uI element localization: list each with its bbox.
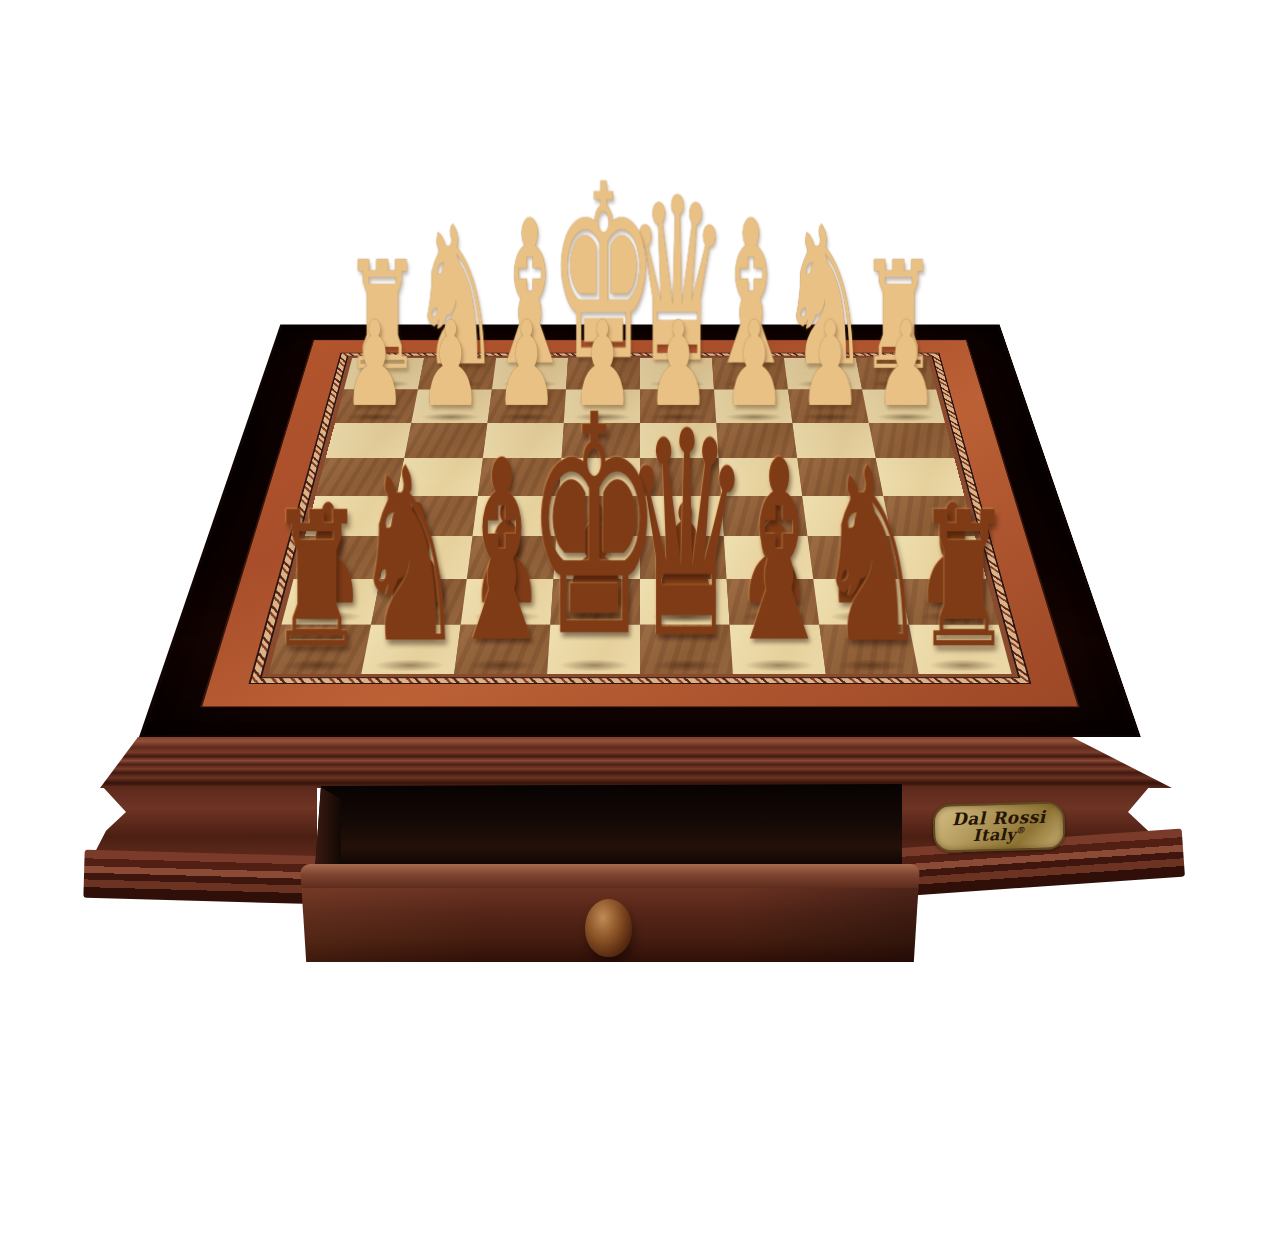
chess-board[interactable]: ♜♞♝♚♛♝♞♜♟♟♟♟♟♟♟♟♟♟♟♟♟♟♟♟♜♞♝♚♛♝♞♜ xyxy=(268,358,1011,674)
box-left-base-molding xyxy=(83,850,326,905)
board-scene: ♜♞♝♚♛♝♞♜♟♟♟♟♟♟♟♟♟♟♟♟♟♟♟♟♜♞♝♚♛♝♞♜ xyxy=(138,320,1142,737)
box-top-molding xyxy=(100,737,1172,788)
drawer-knob[interactable] xyxy=(585,899,632,957)
piece-wP-a2[interactable]: ♟ xyxy=(874,310,937,418)
storage-drawer[interactable] xyxy=(300,864,920,962)
drawer-top-lip xyxy=(300,864,920,890)
square-b8[interactable]: ♞ xyxy=(819,625,918,674)
piece-wP-g2[interactable]: ♟ xyxy=(419,310,482,418)
brand-country: Italy® xyxy=(973,827,1026,845)
brand-plate: Dal Rossi Italy® xyxy=(932,801,1065,852)
square-e8[interactable]: ♚ xyxy=(547,625,640,674)
piece-bK-e8[interactable]: ♚ xyxy=(526,388,662,667)
piece-wP-b2[interactable]: ♟ xyxy=(798,310,861,418)
piece-bN-g8[interactable]: ♞ xyxy=(353,446,465,667)
piece-bN-b8[interactable]: ♞ xyxy=(815,446,927,667)
board-top: ♜♞♝♚♛♝♞♜♟♟♟♟♟♟♟♟♟♟♟♟♟♟♟♟♜♞♝♚♛♝♞♜ xyxy=(139,324,1141,737)
piece-bR-a8[interactable]: ♜ xyxy=(915,495,1012,667)
piece-wP-h2[interactable]: ♟ xyxy=(343,310,406,418)
square-g8[interactable]: ♞ xyxy=(361,625,460,674)
drawer-opening xyxy=(315,784,902,868)
piece-bR-h8[interactable]: ♜ xyxy=(268,495,365,667)
chess-box-photo: ♜♞♝♚♛♝♞♜♟♟♟♟♟♟♟♟♟♟♟♟♟♟♟♟♜♞♝♚♛♝♞♜ Dal Ros… xyxy=(0,0,1280,1252)
registered-mark: ® xyxy=(1016,826,1026,836)
box-left-pillar xyxy=(92,786,317,858)
